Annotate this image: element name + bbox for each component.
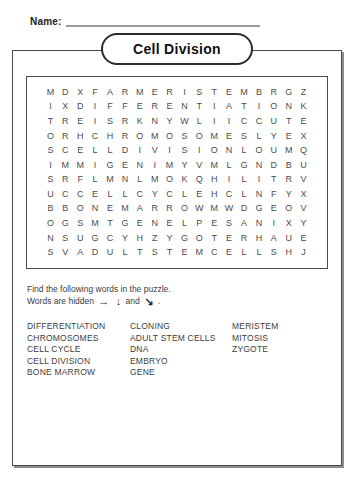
grid-cell[interactable]: B (251, 85, 266, 100)
grid-cell[interactable]: F (73, 172, 88, 187)
arrow-right-icon: → (96, 295, 111, 307)
grid-cell[interactable]: I (266, 216, 281, 231)
word-list-item: CHROMOSOMES (27, 333, 130, 345)
grid-cell[interactable]: C (132, 187, 147, 202)
grid-cell[interactable]: H (281, 245, 296, 260)
grid-cell[interactable]: E (147, 85, 162, 100)
grid-cell[interactable]: L (103, 143, 118, 158)
instructions-line2: Words are hidden → ↓ and ↘ . (27, 295, 171, 307)
grid-cell[interactable]: B (58, 202, 73, 217)
grid-cell[interactable]: I (251, 172, 266, 187)
grid-cell[interactable]: C (103, 231, 118, 246)
grid-cell[interactable]: N (251, 216, 266, 231)
grid-cell[interactable]: M (132, 85, 147, 100)
grid-cell[interactable]: I (147, 158, 162, 173)
grid-cell[interactable]: I (132, 143, 147, 158)
grid-cell[interactable]: H (207, 187, 222, 202)
grid-cell[interactable]: A (237, 216, 252, 231)
title-capsule: Cell Division (101, 33, 253, 65)
grid-cell[interactable]: E (73, 114, 88, 129)
grid-cell[interactable]: T (237, 100, 252, 115)
grid-cell[interactable]: N (251, 187, 266, 202)
grid-cell[interactable]: E (177, 245, 192, 260)
grid-cell[interactable]: F (88, 85, 103, 100)
grid-cell[interactable]: E (88, 187, 103, 202)
grid-cell[interactable]: G (103, 158, 118, 173)
word-list-item: CLONING (130, 321, 232, 333)
grid-cell[interactable]: E (296, 114, 311, 129)
grid-cell[interactable]: E (222, 129, 237, 144)
grid-cell[interactable]: Y (162, 114, 177, 129)
grid-cell[interactable]: I (251, 100, 266, 115)
grid-cell[interactable]: Y (147, 187, 162, 202)
grid-cell[interactable]: I (192, 143, 207, 158)
grid-cell[interactable]: G (237, 158, 252, 173)
grid-cell[interactable]: I (43, 100, 58, 115)
grid-cell[interactable]: G (281, 85, 296, 100)
grid-cell[interactable]: U (266, 114, 281, 129)
grid-cell[interactable]: N (281, 100, 296, 115)
grid-cell[interactable]: I (207, 114, 222, 129)
grid-cell[interactable]: R (281, 172, 296, 187)
grid-cell[interactable]: I (222, 114, 237, 129)
word-list-item: BONE MARROW (27, 367, 130, 379)
grid-cell[interactable]: H (73, 129, 88, 144)
grid-cell[interactable]: S (43, 143, 58, 158)
grid-cell[interactable]: L (251, 129, 266, 144)
grid-cell[interactable]: K (177, 172, 192, 187)
grid-cell[interactable]: Y (281, 187, 296, 202)
grid-cell[interactable]: O (192, 231, 207, 246)
word-list-item: MERISTEM (232, 321, 322, 333)
grid-cell[interactable]: M (43, 85, 58, 100)
grid-cell[interactable]: C (88, 129, 103, 144)
grid-cell[interactable]: M (103, 172, 118, 187)
grid-cell[interactable]: U (281, 231, 296, 246)
grid-cell[interactable]: N (43, 231, 58, 246)
grid-cell[interactable]: M (162, 158, 177, 173)
grid-cell[interactable]: I (177, 85, 192, 100)
grid-cell[interactable]: L (117, 187, 132, 202)
grid-cell[interactable]: S (266, 245, 281, 260)
grid-cell[interactable]: T (192, 100, 207, 115)
grid-cell[interactable]: E (192, 187, 207, 202)
grid-cell[interactable]: L (237, 245, 252, 260)
grid-cell[interactable]: R (58, 129, 73, 144)
grid-cell[interactable]: M (207, 158, 222, 173)
grid-cell[interactable]: Z (147, 231, 162, 246)
grid-cell[interactable]: M (88, 216, 103, 231)
grid-cell[interactable]: I (43, 158, 58, 173)
grid-cell[interactable]: L (177, 187, 192, 202)
grid-cell[interactable]: G (251, 202, 266, 217)
grid-cell[interactable]: M (147, 129, 162, 144)
grid-cell[interactable]: T (43, 114, 58, 129)
grid-cell[interactable]: E (222, 85, 237, 100)
grid-cell[interactable]: V (58, 245, 73, 260)
grid-cell[interactable]: F (266, 187, 281, 202)
grid-cell[interactable]: Y (162, 231, 177, 246)
grid-cell[interactable]: V (147, 143, 162, 158)
word-list-column-1: DIFFERENTIATIONCHROMOSOMESCELL CYCLECELL… (27, 321, 130, 379)
grid-cell[interactable]: O (266, 100, 281, 115)
word-list-item: GENE (130, 367, 232, 379)
arrow-down-icon: ↓ (114, 295, 124, 307)
grid-cell[interactable]: X (296, 129, 311, 144)
grid-cell[interactable]: X (73, 85, 88, 100)
grid-cell[interactable]: E (132, 216, 147, 231)
grid-cell[interactable]: G (88, 231, 103, 246)
grid-cell[interactable]: V (296, 172, 311, 187)
grid-cell[interactable]: U (43, 187, 58, 202)
grid-cell[interactable]: R (117, 114, 132, 129)
grid-cell[interactable]: N (88, 202, 103, 217)
grid-cell[interactable]: L (103, 187, 118, 202)
grid-cell[interactable]: M (117, 202, 132, 217)
grid-cell[interactable]: O (73, 202, 88, 217)
grid-cell[interactable]: D (266, 158, 281, 173)
grid-cell[interactable]: M (281, 143, 296, 158)
grid-cell[interactable]: L (237, 172, 252, 187)
instructions: Find the following words in the puzzle. … (27, 283, 171, 307)
grid-cell[interactable]: E (117, 158, 132, 173)
grid-cell[interactable]: R (162, 85, 177, 100)
grid-cell[interactable]: Y (117, 231, 132, 246)
grid-cell[interactable]: P (192, 216, 207, 231)
word-list-item: DNA (130, 344, 232, 356)
grid-cell[interactable]: N (177, 100, 192, 115)
grid-cell[interactable]: I (207, 100, 222, 115)
grid-cell[interactable]: R (58, 172, 73, 187)
grid-cell[interactable]: D (237, 202, 252, 217)
grid-cell[interactable]: E (162, 216, 177, 231)
grid-cell[interactable]: R (117, 85, 132, 100)
grid-cell[interactable]: C (58, 143, 73, 158)
grid-cell[interactable]: E (281, 129, 296, 144)
grid-cell[interactable]: H (103, 129, 118, 144)
grid-cell[interactable]: N (132, 158, 147, 173)
grid-cell[interactable]: O (43, 216, 58, 231)
word-list-item: ZYGOTE (232, 344, 322, 356)
grid-cell[interactable]: S (237, 129, 252, 144)
grid-cell[interactable]: A (73, 245, 88, 260)
grid-cell[interactable]: E (73, 143, 88, 158)
word-list-item: ADULT STEM CELLS (130, 333, 232, 345)
grid-cell[interactable]: N (251, 158, 266, 173)
grid-cell[interactable]: T (207, 231, 222, 246)
grid-cell[interactable]: U (296, 158, 311, 173)
grid-cell[interactable]: F (117, 100, 132, 115)
grid-cell[interactable]: E (222, 231, 237, 246)
grid-cell[interactable]: M (58, 158, 73, 173)
grid-cell[interactable]: Y (296, 216, 311, 231)
word-list-item: CELL CYCLE (27, 344, 130, 356)
grid-cell[interactable]: T (207, 85, 222, 100)
grid-cell[interactable]: B (281, 158, 296, 173)
name-row: Name: (30, 16, 260, 27)
grid-cell[interactable]: X (281, 216, 296, 231)
word-search-grid: MDXFARMERISTEMBRGZIXDIFFERENTIATIONKTREI… (43, 85, 311, 260)
grid-cell[interactable]: H (251, 231, 266, 246)
grid-cell[interactable]: U (73, 231, 88, 246)
grid-cell[interactable]: I (88, 100, 103, 115)
grid-cell[interactable]: N (222, 143, 237, 158)
word-list-item: CELL DIVISION (27, 356, 130, 368)
grid-cell[interactable]: R (147, 100, 162, 115)
grid-cell[interactable]: O (177, 202, 192, 217)
grid-cell[interactable]: G (58, 216, 73, 231)
grid-cell[interactable]: I (88, 114, 103, 129)
grid-cell[interactable]: N (147, 216, 162, 231)
grid-cell[interactable]: L (222, 158, 237, 173)
word-list-item: DIFFERENTIATION (27, 321, 130, 333)
grid-cell[interactable]: Y (266, 129, 281, 144)
grid-cell[interactable]: E (103, 202, 118, 217)
grid-cell[interactable]: K (132, 114, 147, 129)
grid-cell[interactable]: N (147, 114, 162, 129)
grid-cell[interactable]: K (296, 100, 311, 115)
grid-cell[interactable]: L (117, 245, 132, 260)
grid-cell[interactable]: S (103, 114, 118, 129)
name-blank-line (66, 16, 260, 27)
word-list: DIFFERENTIATIONCHROMOSOMESCELL CYCLECELL… (27, 321, 322, 379)
grid-cell[interactable]: D (117, 143, 132, 158)
grid-cell[interactable]: S (147, 245, 162, 260)
grid-cell[interactable]: W (192, 202, 207, 217)
grid-cell[interactable]: N (117, 172, 132, 187)
grid-cell[interactable]: C (237, 114, 252, 129)
grid-cell[interactable]: S (73, 216, 88, 231)
grid-cell[interactable]: C (222, 187, 237, 202)
grid-cell[interactable]: E (132, 100, 147, 115)
grid-cell[interactable]: Q (296, 143, 311, 158)
grid-cell[interactable]: M (207, 202, 222, 217)
grid-cell[interactable]: A (132, 202, 147, 217)
instructions-line1: Find the following words in the puzzle. (27, 283, 171, 295)
grid-cell[interactable]: M (147, 172, 162, 187)
grid-cell[interactable]: O (132, 129, 147, 144)
grid-cell[interactable]: V (296, 202, 311, 217)
grid-cell[interactable]: O (192, 129, 207, 144)
grid-cell[interactable]: D (88, 245, 103, 260)
grid-cell[interactable]: C (58, 187, 73, 202)
grid-cell[interactable]: Z (296, 85, 311, 100)
grid-cell[interactable]: H (207, 172, 222, 187)
arrow-diagonal-icon: ↘ (142, 295, 155, 307)
grid-cell[interactable]: S (177, 143, 192, 158)
page-title: Cell Division (133, 41, 221, 57)
grid-cell[interactable]: W (222, 202, 237, 217)
grid-cell[interactable]: E (207, 216, 222, 231)
grid-cell[interactable]: E (266, 202, 281, 217)
grid-cell[interactable]: L (177, 216, 192, 231)
grid-cell[interactable]: M (73, 158, 88, 173)
grid-cell[interactable]: E (222, 245, 237, 260)
word-list-item: MITOSIS (232, 333, 322, 345)
grid-cell[interactable]: S (43, 172, 58, 187)
grid-cell[interactable]: L (88, 143, 103, 158)
grid-cell[interactable]: U (266, 143, 281, 158)
grid-cell[interactable]: L (132, 172, 147, 187)
grid-cell[interactable]: E (296, 231, 311, 246)
grid-cell[interactable]: D (73, 100, 88, 115)
grid-cell[interactable]: R (147, 202, 162, 217)
grid-cell[interactable]: T (162, 245, 177, 260)
grid-cell[interactable]: I (162, 143, 177, 158)
grid-cell[interactable]: H (132, 231, 147, 246)
grid-cell[interactable]: C (207, 245, 222, 260)
grid-cell[interactable]: R (237, 231, 252, 246)
grid-cell[interactable]: A (266, 231, 281, 246)
grid-cell[interactable]: B (43, 202, 58, 217)
word-list-column-3: MERISTEMMITOSISZYGOTE (232, 321, 322, 379)
grid-cell[interactable]: L (237, 187, 252, 202)
grid-cell[interactable]: G (177, 231, 192, 246)
grid-cell[interactable]: S (58, 231, 73, 246)
grid-cell[interactable]: L (88, 172, 103, 187)
grid-cell[interactable]: R (117, 129, 132, 144)
grid-cell[interactable]: J (296, 245, 311, 260)
grid-cell[interactable]: O (251, 143, 266, 158)
grid-cell[interactable]: L (237, 143, 252, 158)
grid-cell[interactable]: L (192, 114, 207, 129)
grid-cell[interactable]: V (192, 158, 207, 173)
grid-cell[interactable]: O (43, 129, 58, 144)
grid-cell[interactable]: F (103, 100, 118, 115)
grid-cell[interactable]: O (207, 143, 222, 158)
grid-cell[interactable]: D (58, 85, 73, 100)
grid-cell[interactable]: X (58, 100, 73, 115)
grid-cell[interactable]: R (58, 114, 73, 129)
grid-cell[interactable]: T (132, 245, 147, 260)
grid-cell[interactable]: I (88, 158, 103, 173)
grid-cell[interactable]: T (266, 172, 281, 187)
grid-cell[interactable]: C (251, 114, 266, 129)
grid-cell[interactable]: A (222, 100, 237, 115)
grid-cell[interactable]: U (103, 245, 118, 260)
grid-cell[interactable]: Q (192, 172, 207, 187)
name-label: Name: (30, 16, 62, 27)
grid-cell[interactable]: M (207, 129, 222, 144)
grid-cell[interactable]: S (177, 129, 192, 144)
grid-cell[interactable]: O (162, 172, 177, 187)
grid-cell[interactable]: I (222, 172, 237, 187)
grid-cell[interactable]: L (251, 245, 266, 260)
grid-cell[interactable]: O (281, 202, 296, 217)
grid-cell[interactable]: Y (177, 158, 192, 173)
word-list-column-2: CLONINGADULT STEM CELLSDNAEMBRYOGENE (130, 321, 232, 379)
grid-cell[interactable]: E (162, 100, 177, 115)
grid-cell[interactable]: G (117, 216, 132, 231)
grid-cell[interactable]: C (73, 187, 88, 202)
grid-cell[interactable]: C (162, 187, 177, 202)
grid-cell[interactable]: T (281, 114, 296, 129)
grid-cell[interactable]: R (162, 202, 177, 217)
word-search-grid-box: MDXFARMERISTEMBRGZIXDIFFERENTIATIONKTREI… (26, 76, 328, 269)
grid-cell[interactable]: O (162, 129, 177, 144)
grid-cell[interactable]: S (43, 245, 58, 260)
grid-cell[interactable]: W (177, 114, 192, 129)
grid-cell[interactable]: S (192, 85, 207, 100)
grid-cell[interactable]: R (266, 85, 281, 100)
grid-cell[interactable]: M (237, 85, 252, 100)
grid-cell[interactable]: T (103, 216, 118, 231)
word-list-item: EMBRYO (130, 356, 232, 368)
grid-cell[interactable]: A (103, 85, 118, 100)
grid-cell[interactable]: X (296, 187, 311, 202)
grid-cell[interactable]: S (222, 216, 237, 231)
grid-cell[interactable]: M (192, 245, 207, 260)
